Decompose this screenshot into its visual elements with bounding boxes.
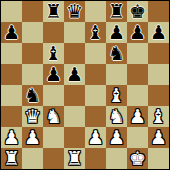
- square-g8[interactable]: ♚: [127, 1, 148, 22]
- square-a8[interactable]: [1, 1, 22, 22]
- square-g1[interactable]: ♚: [127, 148, 148, 169]
- square-g5[interactable]: [127, 64, 148, 85]
- piece-white-pawn[interactable]: ♟: [150, 127, 167, 148]
- piece-black-rook[interactable]: ♜: [108, 1, 125, 22]
- square-c8[interactable]: ♜: [43, 1, 64, 22]
- square-a1[interactable]: ♜: [1, 148, 22, 169]
- square-e1[interactable]: [85, 148, 106, 169]
- square-c6[interactable]: ♝: [43, 43, 64, 64]
- piece-white-queen[interactable]: ♛: [24, 106, 41, 127]
- piece-black-pawn[interactable]: ♟: [108, 22, 125, 43]
- square-f3[interactable]: ♞: [106, 106, 127, 127]
- square-c4[interactable]: [43, 85, 64, 106]
- square-h5[interactable]: [148, 64, 169, 85]
- square-d1[interactable]: ♜: [64, 148, 85, 169]
- square-a7[interactable]: ♟: [1, 22, 22, 43]
- piece-black-knight[interactable]: ♞: [24, 85, 41, 106]
- square-f8[interactable]: ♜: [106, 1, 127, 22]
- square-h8[interactable]: [148, 1, 169, 22]
- square-b2[interactable]: ♟: [22, 127, 43, 148]
- square-c7[interactable]: [43, 22, 64, 43]
- square-b3[interactable]: ♛: [22, 106, 43, 127]
- square-d4[interactable]: [64, 85, 85, 106]
- square-g6[interactable]: [127, 43, 148, 64]
- chess-board: ♜♛♜♚♟♝♟♟♟♝♞♟♟♞♝♛♞♞♟♝♟♟♟♟♟♜♜♚: [1, 1, 169, 169]
- square-h4[interactable]: [148, 85, 169, 106]
- square-e7[interactable]: ♝: [85, 22, 106, 43]
- square-f7[interactable]: ♟: [106, 22, 127, 43]
- square-e6[interactable]: [85, 43, 106, 64]
- piece-white-pawn[interactable]: ♟: [24, 127, 41, 148]
- piece-white-bishop[interactable]: ♝: [108, 85, 125, 106]
- square-b6[interactable]: [22, 43, 43, 64]
- piece-white-pawn[interactable]: ♟: [87, 127, 104, 148]
- piece-black-pawn[interactable]: ♟: [66, 64, 83, 85]
- piece-black-queen[interactable]: ♛: [66, 1, 83, 22]
- square-h7[interactable]: ♟: [148, 22, 169, 43]
- square-e8[interactable]: [85, 1, 106, 22]
- board-frame: ♜♛♜♚♟♝♟♟♟♝♞♟♟♞♝♛♞♞♟♝♟♟♟♟♟♜♜♚: [0, 0, 170, 170]
- square-e4[interactable]: [85, 85, 106, 106]
- piece-black-knight[interactable]: ♞: [108, 43, 125, 64]
- square-d8[interactable]: ♛: [64, 1, 85, 22]
- piece-black-king[interactable]: ♚: [129, 1, 146, 22]
- square-b8[interactable]: [22, 1, 43, 22]
- square-e5[interactable]: [85, 64, 106, 85]
- square-b5[interactable]: [22, 64, 43, 85]
- square-f5[interactable]: [106, 64, 127, 85]
- piece-black-rook[interactable]: ♜: [45, 1, 62, 22]
- piece-black-pawn[interactable]: ♟: [129, 22, 146, 43]
- square-h2[interactable]: ♟: [148, 127, 169, 148]
- square-d5[interactable]: ♟: [64, 64, 85, 85]
- piece-white-knight[interactable]: ♞: [108, 106, 125, 127]
- piece-white-bishop[interactable]: ♝: [150, 106, 167, 127]
- square-c2[interactable]: [43, 127, 64, 148]
- square-b7[interactable]: [22, 22, 43, 43]
- piece-white-rook[interactable]: ♜: [3, 148, 20, 169]
- square-c3[interactable]: ♞: [43, 106, 64, 127]
- square-b4[interactable]: ♞: [22, 85, 43, 106]
- square-f6[interactable]: ♞: [106, 43, 127, 64]
- square-c1[interactable]: [43, 148, 64, 169]
- square-f1[interactable]: [106, 148, 127, 169]
- square-g4[interactable]: [127, 85, 148, 106]
- square-a6[interactable]: [1, 43, 22, 64]
- square-b1[interactable]: [22, 148, 43, 169]
- square-c5[interactable]: ♟: [43, 64, 64, 85]
- square-d3[interactable]: [64, 106, 85, 127]
- piece-white-knight[interactable]: ♞: [45, 106, 62, 127]
- square-g2[interactable]: [127, 127, 148, 148]
- square-h3[interactable]: ♝: [148, 106, 169, 127]
- square-g3[interactable]: ♟: [127, 106, 148, 127]
- square-a2[interactable]: ♟: [1, 127, 22, 148]
- piece-white-king[interactable]: ♚: [129, 148, 146, 169]
- square-h1[interactable]: [148, 148, 169, 169]
- piece-white-pawn[interactable]: ♟: [108, 127, 125, 148]
- piece-black-pawn[interactable]: ♟: [45, 64, 62, 85]
- piece-black-pawn[interactable]: ♟: [150, 22, 167, 43]
- square-f2[interactable]: ♟: [106, 127, 127, 148]
- piece-black-pawn[interactable]: ♟: [3, 22, 20, 43]
- square-d7[interactable]: [64, 22, 85, 43]
- piece-black-bishop[interactable]: ♝: [45, 43, 62, 64]
- square-d6[interactable]: [64, 43, 85, 64]
- square-e2[interactable]: ♟: [85, 127, 106, 148]
- piece-white-rook[interactable]: ♜: [66, 148, 83, 169]
- piece-white-pawn[interactable]: ♟: [129, 106, 146, 127]
- square-f4[interactable]: ♝: [106, 85, 127, 106]
- square-a5[interactable]: [1, 64, 22, 85]
- piece-black-bishop[interactable]: ♝: [87, 22, 104, 43]
- square-d2[interactable]: [64, 127, 85, 148]
- square-g7[interactable]: ♟: [127, 22, 148, 43]
- square-e3[interactable]: [85, 106, 106, 127]
- piece-white-pawn[interactable]: ♟: [3, 127, 20, 148]
- square-a4[interactable]: [1, 85, 22, 106]
- square-h6[interactable]: [148, 43, 169, 64]
- square-a3[interactable]: [1, 106, 22, 127]
